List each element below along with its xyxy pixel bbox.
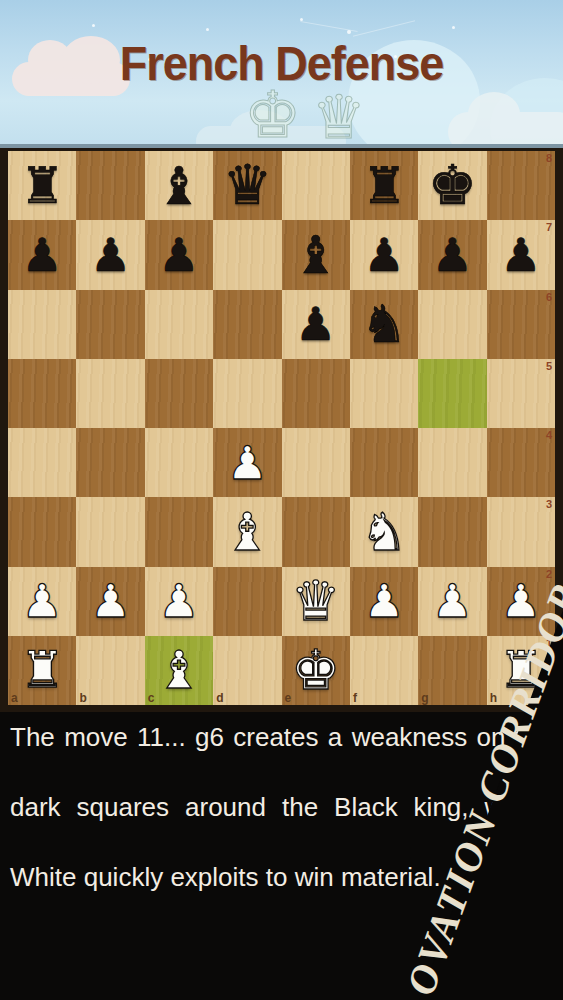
square-h8[interactable]: 8 <box>487 151 555 220</box>
square-h7[interactable]: ♟7 <box>487 220 555 289</box>
white-queen[interactable]: ♛ <box>291 574 340 629</box>
black-bishop[interactable]: ♝ <box>292 229 339 281</box>
square-g4[interactable] <box>418 428 486 497</box>
white-bishop[interactable]: ♝ <box>156 644 203 696</box>
square-h6[interactable]: 6 <box>487 290 555 359</box>
square-f8[interactable]: ♜ <box>350 151 418 220</box>
white-pawn[interactable]: ♟ <box>22 578 63 624</box>
black-pawn[interactable]: ♟ <box>363 232 404 278</box>
chess-board: ♜♝♛♜♚8♟♟♟♝♟♟♟7♟♞65♟4♝♞3♟♟♟♛♟♟♟2♜ab♝cd♚ef… <box>0 144 563 712</box>
square-c8[interactable]: ♝ <box>145 151 213 220</box>
square-a2[interactable]: ♟ <box>8 567 76 636</box>
square-g2[interactable]: ♟ <box>418 567 486 636</box>
square-f5[interactable] <box>350 359 418 428</box>
sparkle-icon <box>206 28 209 31</box>
black-bishop[interactable]: ♝ <box>156 160 203 212</box>
square-a7[interactable]: ♟ <box>8 220 76 289</box>
page-title: French Defense <box>0 36 563 92</box>
header-sky: ♚ ♛ French Defense <box>0 0 563 144</box>
black-pawn[interactable]: ♟ <box>432 232 473 278</box>
square-d5[interactable] <box>213 359 281 428</box>
square-d8[interactable]: ♛ <box>213 151 281 220</box>
square-b2[interactable]: ♟ <box>76 567 144 636</box>
square-e4[interactable] <box>282 428 350 497</box>
file-label: d <box>216 691 223 705</box>
white-pawn[interactable]: ♟ <box>363 578 404 624</box>
square-g8[interactable]: ♚ <box>418 151 486 220</box>
white-pawn[interactable]: ♟ <box>158 578 199 624</box>
black-pawn[interactable]: ♟ <box>22 232 63 278</box>
square-a3[interactable] <box>8 497 76 566</box>
square-b6[interactable] <box>76 290 144 359</box>
square-c5[interactable] <box>145 359 213 428</box>
square-f6[interactable]: ♞ <box>350 290 418 359</box>
black-rook[interactable]: ♜ <box>20 161 65 211</box>
white-pawn[interactable]: ♟ <box>227 440 268 486</box>
square-a5[interactable] <box>8 359 76 428</box>
square-d2[interactable] <box>213 567 281 636</box>
black-queen[interactable]: ♛ <box>223 158 272 213</box>
black-pawn[interactable]: ♟ <box>90 232 131 278</box>
square-d4[interactable]: ♟ <box>213 428 281 497</box>
square-h3[interactable]: 3 <box>487 497 555 566</box>
square-c6[interactable] <box>145 290 213 359</box>
black-pawn[interactable]: ♟ <box>295 301 336 347</box>
square-b3[interactable] <box>76 497 144 566</box>
square-f3[interactable]: ♞ <box>350 497 418 566</box>
rank-label: 7 <box>546 221 552 233</box>
square-e1[interactable]: ♚e <box>282 636 350 705</box>
square-c7[interactable]: ♟ <box>145 220 213 289</box>
square-g5[interactable] <box>418 359 486 428</box>
white-pawn[interactable]: ♟ <box>90 578 131 624</box>
file-label: g <box>421 691 428 705</box>
square-c4[interactable] <box>145 428 213 497</box>
rank-label: 6 <box>546 291 552 303</box>
square-a4[interactable] <box>8 428 76 497</box>
square-b5[interactable] <box>76 359 144 428</box>
square-a8[interactable]: ♜ <box>8 151 76 220</box>
square-f1[interactable]: f <box>350 636 418 705</box>
white-bishop[interactable]: ♝ <box>224 506 271 558</box>
square-g7[interactable]: ♟ <box>418 220 486 289</box>
square-e7[interactable]: ♝ <box>282 220 350 289</box>
white-knight[interactable]: ♞ <box>361 506 408 558</box>
black-pawn[interactable]: ♟ <box>158 232 199 278</box>
sparkle-icon <box>452 26 455 29</box>
square-h4[interactable]: 4 <box>487 428 555 497</box>
square-e2[interactable]: ♛ <box>282 567 350 636</box>
page: ♚ ♛ French Defense ♜♝♛♜♚8♟♟♟♝♟♟♟7♟♞65♟4♝… <box>0 0 563 1000</box>
rank-label: 4 <box>546 429 552 441</box>
square-f4[interactable] <box>350 428 418 497</box>
board-grid: ♜♝♛♜♚8♟♟♟♝♟♟♟7♟♞65♟4♝♞3♟♟♟♛♟♟♟2♜ab♝cd♚ef… <box>8 151 555 705</box>
file-label: a <box>11 691 18 705</box>
square-c2[interactable]: ♟ <box>145 567 213 636</box>
file-label: e <box>285 691 292 705</box>
file-label: h <box>490 691 497 705</box>
square-b1[interactable]: b <box>76 636 144 705</box>
black-king[interactable]: ♚ <box>428 158 477 213</box>
square-a6[interactable] <box>8 290 76 359</box>
square-h5[interactable]: 5 <box>487 359 555 428</box>
constellation-line <box>353 20 415 36</box>
black-pawn[interactable]: ♟ <box>500 232 541 278</box>
square-f7[interactable]: ♟ <box>350 220 418 289</box>
square-d3[interactable]: ♝ <box>213 497 281 566</box>
square-g3[interactable] <box>418 497 486 566</box>
white-rook[interactable]: ♜ <box>20 645 65 695</box>
black-rook[interactable]: ♜ <box>362 161 407 211</box>
square-b4[interactable] <box>76 428 144 497</box>
white-king[interactable]: ♚ <box>291 643 340 698</box>
square-a1[interactable]: ♜a <box>8 636 76 705</box>
square-e3[interactable] <box>282 497 350 566</box>
square-d6[interactable] <box>213 290 281 359</box>
black-knight[interactable]: ♞ <box>361 298 408 350</box>
white-pawn[interactable]: ♟ <box>432 578 473 624</box>
square-d1[interactable]: d <box>213 636 281 705</box>
rank-label: 3 <box>546 498 552 510</box>
square-c1[interactable]: ♝c <box>145 636 213 705</box>
square-f2[interactable]: ♟ <box>350 567 418 636</box>
square-g1[interactable]: g <box>418 636 486 705</box>
file-label: b <box>79 691 86 705</box>
file-label: f <box>353 691 357 705</box>
file-label: c <box>148 691 155 705</box>
square-b7[interactable]: ♟ <box>76 220 144 289</box>
sparkle-icon <box>92 24 95 27</box>
constellation-line <box>300 21 357 32</box>
square-c3[interactable] <box>145 497 213 566</box>
rank-label: 8 <box>546 152 552 164</box>
square-e8[interactable] <box>282 151 350 220</box>
square-e5[interactable] <box>282 359 350 428</box>
rank-label: 5 <box>546 360 552 372</box>
square-b8[interactable] <box>76 151 144 220</box>
square-e6[interactable]: ♟ <box>282 290 350 359</box>
square-g6[interactable] <box>418 290 486 359</box>
square-d7[interactable] <box>213 220 281 289</box>
cloud-decoration <box>448 112 563 144</box>
